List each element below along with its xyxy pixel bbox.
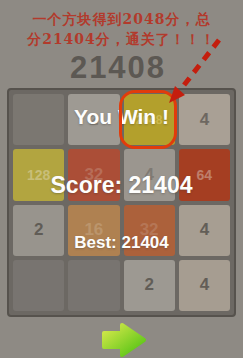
banner-line2: 分21404分，通关了！！！ — [0, 29, 243, 49]
tile-r4c2-empty — [68, 260, 119, 311]
tile-value: 2 — [144, 275, 153, 295]
tile-value: 4 — [200, 275, 209, 295]
game-screen: 一个方块得到2048分，总 分21404分，通关了！！！ 21408 22048… — [0, 0, 243, 358]
tile-r4c4-4: 4 — [179, 260, 230, 311]
annotation-banner: 一个方块得到2048分，总 分21404分，通关了！！！ — [0, 9, 243, 49]
best-display: Best: 21404 — [0, 233, 243, 253]
tile-r4c3-2: 2 — [124, 260, 175, 311]
highlight-ring — [119, 90, 177, 149]
tile-r4c1-empty — [13, 260, 64, 311]
banner-line1: 一个方块得到2048分，总 — [0, 9, 243, 29]
swipe-right-arrow-icon[interactable] — [104, 325, 144, 355]
current-score: 21408 — [0, 50, 236, 86]
score-display: Score: 21404 — [0, 172, 243, 199]
